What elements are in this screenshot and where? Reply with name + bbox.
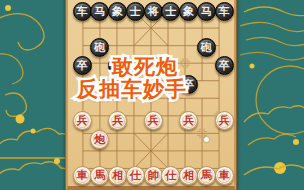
piece-red-horse[interactable]: 馬 <box>197 166 216 185</box>
piece-black-soldier[interactable]: 卒 <box>215 56 234 75</box>
board-grid-lines <box>68 0 234 186</box>
piece-black-rook[interactable]: 车 <box>215 2 234 21</box>
piece-black-horse[interactable]: 马 <box>90 2 109 21</box>
piece-red-cannon[interactable]: 炮 <box>90 130 109 149</box>
piece-black-advisor[interactable]: 士 <box>126 2 145 21</box>
piece-red-general[interactable]: 帥 <box>144 166 163 185</box>
piece-black-general[interactable]: 将 <box>144 2 163 21</box>
piece-black-rook[interactable]: 车 <box>73 2 92 21</box>
xiangqi-board[interactable]: 车马象士将士象马车砲砲卒卒卒卒卒兵兵兵兵兵炮車馬相仕帥仕相馬車 <box>66 0 236 190</box>
piece-black-elephant[interactable]: 象 <box>108 2 127 21</box>
piece-black-soldier[interactable]: 卒 <box>179 75 198 94</box>
piece-black-horse[interactable]: 马 <box>197 2 216 21</box>
last-move-origin-dot <box>204 137 209 142</box>
piece-black-soldier[interactable]: 卒 <box>144 56 163 75</box>
piece-black-advisor[interactable]: 士 <box>161 2 180 21</box>
piece-red-rook[interactable]: 車 <box>215 166 234 185</box>
piece-black-cannon[interactable]: 砲 <box>197 38 216 57</box>
video-thumbnail: 车马象士将士象马车砲砲卒卒卒卒卒兵兵兵兵兵炮車馬相仕帥仕相馬車 敢死炮 敢死炮 … <box>0 0 304 190</box>
piece-red-advisor[interactable]: 仕 <box>126 166 145 185</box>
piece-red-rook[interactable]: 車 <box>73 166 92 185</box>
piece-black-elephant[interactable]: 象 <box>179 2 198 21</box>
piece-red-soldier[interactable]: 兵 <box>215 111 234 130</box>
piece-black-soldier[interactable]: 卒 <box>73 56 92 75</box>
piece-red-soldier[interactable]: 兵 <box>73 111 92 130</box>
piece-red-soldier[interactable]: 兵 <box>144 111 163 130</box>
